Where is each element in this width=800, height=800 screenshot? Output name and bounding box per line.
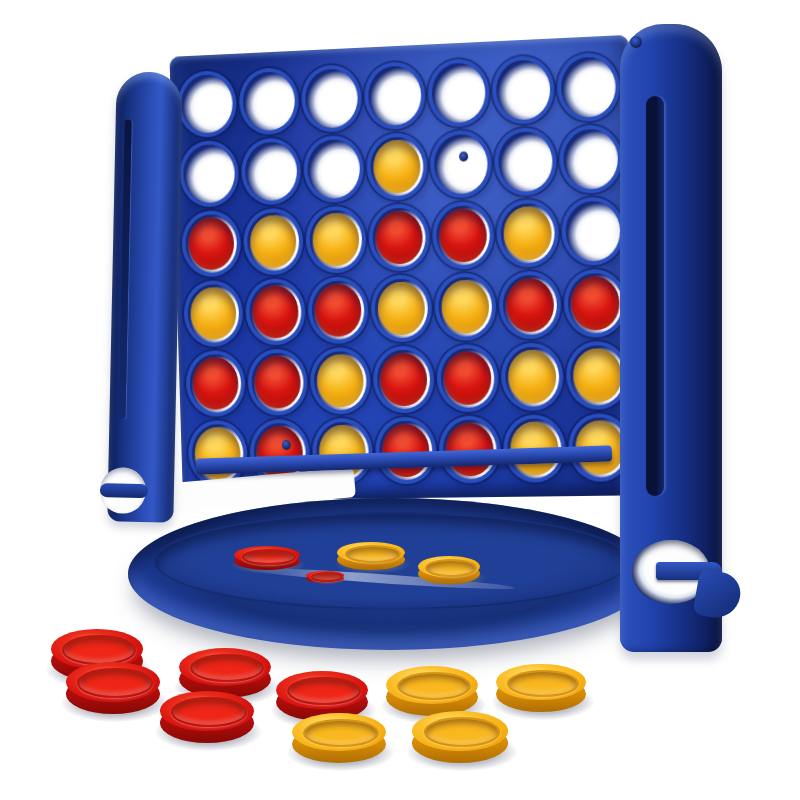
disc-side xyxy=(179,660,271,698)
cell-r3c7 xyxy=(564,200,620,262)
loose-disc-7-yellow xyxy=(496,664,586,712)
yellow-disc-in-grid xyxy=(316,354,364,408)
disc-side xyxy=(292,725,386,763)
cell-r1c1 xyxy=(180,74,233,134)
board-frame xyxy=(169,35,643,501)
cell-r1c6 xyxy=(495,59,551,121)
cell-r2c7 xyxy=(562,128,618,190)
cell-r5c6 xyxy=(504,346,560,407)
loose-disc-3-red xyxy=(179,648,271,698)
disc-ring xyxy=(397,672,471,700)
red-disc-in-grid xyxy=(314,283,362,337)
disc-ring xyxy=(77,668,152,697)
disc-shadow xyxy=(492,684,595,720)
disc-shadow xyxy=(61,684,168,722)
disc-side xyxy=(412,723,508,763)
cell-r2c5 xyxy=(433,133,488,194)
disc-tray xyxy=(128,498,652,650)
cell-r1c5 xyxy=(431,62,486,124)
disc-shadow xyxy=(271,692,376,729)
cell-r4c5 xyxy=(437,276,492,337)
red-disc-in-grid xyxy=(505,278,554,333)
disc-ring xyxy=(62,635,136,664)
disc-top xyxy=(51,629,143,669)
disc-top xyxy=(386,666,478,704)
disc-shadow xyxy=(174,669,279,706)
disc-shadow xyxy=(46,651,151,689)
cell-r2c3 xyxy=(306,139,360,200)
cell-r5c3 xyxy=(313,351,367,411)
cell-r2c4 xyxy=(369,136,423,197)
yellow-disc-in-grid xyxy=(372,139,420,194)
left-pillar-groove xyxy=(118,120,131,420)
loose-disc-1-red xyxy=(51,629,143,681)
yellow-disc-in-grid xyxy=(377,281,425,335)
disc-shadow xyxy=(287,734,394,771)
cell-r4c2 xyxy=(248,282,301,342)
disc-ring xyxy=(190,654,264,682)
loose-disc-6-yellow xyxy=(386,666,478,716)
red-disc-in-grid xyxy=(253,355,300,408)
disc-shadow xyxy=(155,713,262,751)
loose-disc-9-yellow xyxy=(412,711,508,763)
red-disc-in-grid xyxy=(570,276,620,331)
disc-top xyxy=(412,711,508,751)
cell-r2c6 xyxy=(497,131,553,193)
connect-four-product-photo xyxy=(0,0,800,800)
right-pillar-pin xyxy=(630,36,642,48)
board-grid xyxy=(175,50,634,489)
loose-disc-5-red xyxy=(276,671,368,721)
red-disc-in-grid xyxy=(438,208,487,263)
disc-side xyxy=(386,678,478,716)
loose-disc-4-red xyxy=(160,691,254,743)
cell-r4c6 xyxy=(502,275,558,336)
cell-r1c2 xyxy=(242,71,295,132)
cell-r2c2 xyxy=(244,141,297,201)
cell-r4c3 xyxy=(311,280,365,340)
disc-ring xyxy=(303,719,378,747)
disc-side xyxy=(66,674,160,714)
disc-side xyxy=(51,641,143,681)
disc-side xyxy=(160,703,254,743)
cell-r5c2 xyxy=(250,352,303,411)
red-disc-in-grid xyxy=(187,217,234,271)
loose-disc-8-yellow xyxy=(292,713,386,763)
cell-r5c7 xyxy=(569,345,625,406)
red-disc-in-grid xyxy=(251,285,298,339)
yellow-disc-in-grid xyxy=(249,215,296,269)
disc-top xyxy=(292,713,386,751)
red-disc-in-grid xyxy=(375,210,423,264)
cell-r1c3 xyxy=(304,68,358,129)
yellow-disc-in-grid xyxy=(440,280,489,335)
yellow-disc-in-grid xyxy=(189,287,236,340)
panel-pin-bottom xyxy=(282,440,291,450)
cell-r1c4 xyxy=(367,65,421,126)
cell-r3c3 xyxy=(308,209,362,269)
cell-r5c1 xyxy=(189,354,242,413)
yellow-disc-in-grid xyxy=(507,349,556,404)
disc-side xyxy=(496,676,586,712)
yellow-disc-in-grid xyxy=(572,348,622,403)
cell-r3c1 xyxy=(184,214,237,274)
left-pillar xyxy=(107,71,182,522)
left-pillar-clip xyxy=(100,483,148,498)
right-pillar-groove xyxy=(646,96,664,496)
cell-r5c5 xyxy=(440,348,495,408)
disc-top xyxy=(496,664,586,700)
disc-shadow xyxy=(381,687,486,724)
loose-disc-2-red xyxy=(66,662,160,714)
red-disc-in-grid xyxy=(192,357,239,410)
disc-top xyxy=(276,671,368,709)
disc-top xyxy=(179,648,271,686)
yellow-disc-in-grid xyxy=(503,206,552,261)
tray-bowl xyxy=(154,512,630,610)
cell-r5c4 xyxy=(376,349,431,409)
cell-r4c1 xyxy=(187,284,240,343)
red-disc-in-grid xyxy=(379,352,427,406)
cell-r3c2 xyxy=(246,212,299,272)
disc-side xyxy=(276,683,368,721)
cell-r3c6 xyxy=(499,203,555,264)
disc-ring xyxy=(287,677,361,705)
disc-ring xyxy=(424,717,501,746)
red-disc-in-grid xyxy=(443,351,492,405)
disc-top xyxy=(66,662,160,702)
disc-ring xyxy=(507,670,579,697)
cell-r3c5 xyxy=(435,205,490,266)
disc-top xyxy=(160,691,254,731)
cell-r4c7 xyxy=(567,273,623,334)
cell-r1c7 xyxy=(560,56,616,118)
yellow-disc-in-grid xyxy=(311,212,359,266)
cell-r2c1 xyxy=(182,144,235,204)
right-pillar-foot xyxy=(692,569,743,622)
disc-shadow xyxy=(407,733,516,771)
right-pillar xyxy=(620,24,722,652)
disc-ring xyxy=(171,697,246,726)
cell-r3c4 xyxy=(371,207,426,268)
cell-r4c4 xyxy=(374,278,429,338)
